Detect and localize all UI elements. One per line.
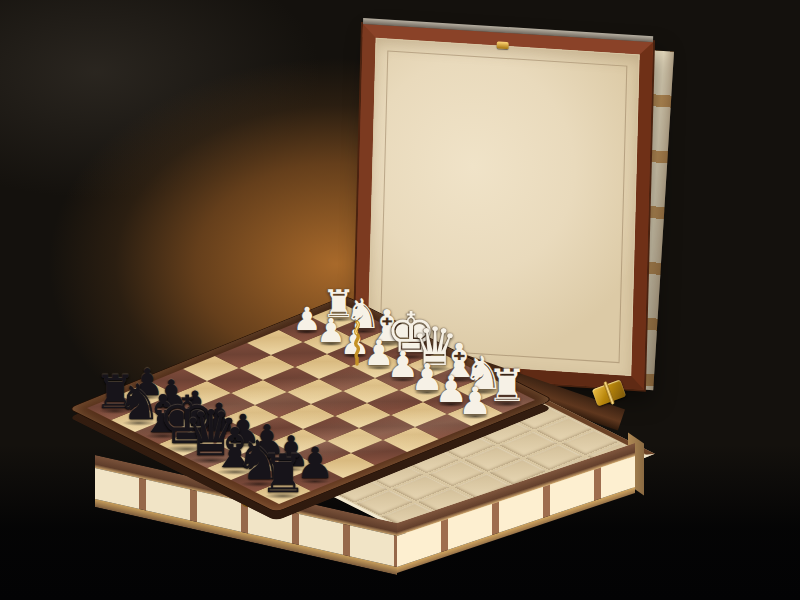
brass-lid-catch-icon	[497, 41, 509, 49]
lid-felt-lining	[367, 38, 639, 376]
lid-top-edge-highlight	[363, 18, 653, 42]
scene: ♜♞♟♝♟♚♟♛♟♝♟♞♟♟♜♟♟♜♟♟♞♟♝♟♚♟♛♟♝♟♞♜	[0, 0, 800, 600]
lid-felt-inner-panel	[380, 51, 628, 364]
brass-key-icon	[349, 320, 365, 366]
